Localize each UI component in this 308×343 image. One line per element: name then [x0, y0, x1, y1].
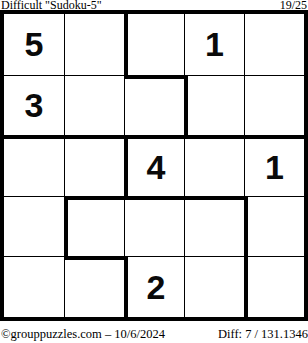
copyright-date: ©grouppuzzles.com – 10/6/2024 — [1, 327, 165, 341]
cell-r0c0-given: 5 — [4, 14, 64, 75]
header: Difficult "Sudoku-5" 19/25 — [1, 0, 307, 10]
cell-r4c4[interactable] — [244, 256, 304, 317]
cell-r4c3[interactable] — [184, 256, 244, 317]
cell-r1c3[interactable] — [184, 75, 244, 136]
cell-r0c2[interactable] — [124, 14, 184, 75]
cell-r0c1[interactable] — [64, 14, 124, 75]
cell-r3c4[interactable] — [244, 196, 304, 257]
cell-r2c3[interactable] — [184, 135, 244, 196]
cell-r1c0-given: 3 — [4, 75, 64, 136]
cell-r4c2-given: 2 — [124, 256, 184, 317]
difficulty-stat: Diff: 7 / 131.1346 — [218, 327, 308, 341]
cell-r4c0[interactable] — [4, 256, 64, 317]
cell-r2c4-given: 1 — [244, 135, 304, 196]
puzzle-page: Difficult "Sudoku-5" 19/25 513412 ©group… — [0, 0, 308, 343]
cell-r1c4[interactable] — [244, 75, 304, 136]
cell-r3c1[interactable] — [64, 196, 124, 257]
cell-r3c0[interactable] — [4, 196, 64, 257]
cell-r1c1[interactable] — [64, 75, 124, 136]
footer: ©grouppuzzles.com – 10/6/2024 Diff: 7 / … — [1, 325, 308, 341]
cell-r1c2[interactable] — [124, 75, 184, 136]
cell-r0c4[interactable] — [244, 14, 304, 75]
cell-r3c2[interactable] — [124, 196, 184, 257]
cell-r2c1[interactable] — [64, 135, 124, 196]
cell-r3c3[interactable] — [184, 196, 244, 257]
cell-r2c2-given: 4 — [124, 135, 184, 196]
cell-r2c0[interactable] — [4, 135, 64, 196]
cell-r0c3-given: 1 — [184, 14, 244, 75]
sudoku-board: 513412 — [0, 10, 308, 321]
cell-r4c1[interactable] — [64, 256, 124, 317]
